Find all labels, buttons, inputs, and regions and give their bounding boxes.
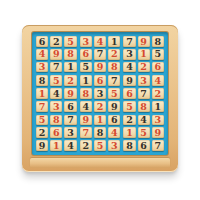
box-4: 167835429 [80,75,121,111]
box-8: 243159867 [123,115,164,151]
tile-r1c9[interactable]: 8 [152,36,164,47]
tile-r6c4[interactable]: 4 [80,101,92,112]
board-surface: 6254983713416725987983154268521497361678… [32,32,168,155]
tile-r1c8[interactable]: 9 [138,36,150,47]
tile-r1c3[interactable]: 5 [64,36,76,47]
tile-r7c5[interactable]: 1 [94,115,106,126]
tile-r8c9[interactable]: 9 [152,127,164,138]
tile-r5c2[interactable]: 4 [50,88,62,99]
tile-r5c3[interactable]: 9 [64,88,76,99]
box-7: 916784253 [80,115,121,151]
tile-r4c6[interactable]: 7 [108,75,120,86]
sudoku-board: 6254983713416725987983154268521497361678… [22,25,178,172]
tile-r7c3[interactable]: 7 [64,115,76,126]
box-0: 625498371 [36,36,77,72]
box-3: 852149736 [36,75,77,111]
tile-r6c8[interactable]: 8 [138,101,150,112]
box-6: 587263914 [36,115,77,151]
tile-r5c5[interactable]: 3 [94,88,106,99]
tile-r2c6[interactable]: 2 [108,49,120,60]
tile-r4c4[interactable]: 1 [80,75,92,86]
tile-r4c1[interactable]: 8 [36,75,48,86]
tile-r6c5[interactable]: 2 [94,101,106,112]
tile-r8c3[interactable]: 3 [64,127,76,138]
tile-r9c1[interactable]: 9 [36,140,48,151]
tile-r9c3[interactable]: 4 [64,140,76,151]
tile-r3c4[interactable]: 5 [80,62,92,73]
tile-r2c5[interactable]: 7 [94,49,106,60]
tile-r5c8[interactable]: 7 [138,88,150,99]
tile-r7c2[interactable]: 8 [50,115,62,126]
tile-r8c8[interactable]: 5 [138,127,150,138]
tile-r9c2[interactable]: 1 [50,140,62,151]
tile-r2c1[interactable]: 4 [36,49,48,60]
tile-r3c8[interactable]: 2 [138,62,150,73]
tile-r8c6[interactable]: 4 [108,127,120,138]
tile-r8c2[interactable]: 6 [50,127,62,138]
tile-r8c5[interactable]: 8 [94,127,106,138]
tile-r8c4[interactable]: 7 [80,127,92,138]
tile-r9c4[interactable]: 2 [80,140,92,151]
scene: 6254983713416725987983154268521497361678… [0,0,200,200]
tile-r5c9[interactable]: 2 [152,88,164,99]
tile-r7c8[interactable]: 4 [138,115,150,126]
tile-r2c9[interactable]: 5 [152,49,164,60]
tile-r9c8[interactable]: 6 [138,140,150,151]
tile-r2c2[interactable]: 9 [50,49,62,60]
tile-r1c2[interactable]: 2 [50,36,62,47]
tile-r9c9[interactable]: 7 [152,140,164,151]
tile-r6c1[interactable]: 7 [36,101,48,112]
tile-r4c2[interactable]: 5 [50,75,62,86]
tile-r4c7[interactable]: 9 [123,75,135,86]
tile-r7c9[interactable]: 3 [152,115,164,126]
tile-r6c7[interactable]: 5 [123,101,135,112]
tile-r5c4[interactable]: 8 [80,88,92,99]
tile-r5c1[interactable]: 1 [36,88,48,99]
tile-r5c6[interactable]: 5 [108,88,120,99]
tile-r5c7[interactable]: 6 [123,88,135,99]
tile-r6c6[interactable]: 9 [108,101,120,112]
tile-r8c7[interactable]: 1 [123,127,135,138]
box-1: 341672598 [80,36,121,72]
tile-r2c3[interactable]: 8 [64,49,76,60]
tile-r6c2[interactable]: 3 [50,101,62,112]
tile-r6c9[interactable]: 1 [152,101,164,112]
tile-r4c3[interactable]: 2 [64,75,76,86]
tile-r7c6[interactable]: 6 [108,115,120,126]
tile-r3c2[interactable]: 7 [50,62,62,73]
tile-r9c5[interactable]: 5 [94,140,106,151]
box-2: 798315426 [123,36,164,72]
tile-r3c5[interactable]: 9 [94,62,106,73]
tile-r3c3[interactable]: 1 [64,62,76,73]
tile-r1c1[interactable]: 6 [36,36,48,47]
tile-r7c1[interactable]: 5 [36,115,48,126]
tile-r1c5[interactable]: 4 [94,36,106,47]
tile-r7c7[interactable]: 2 [123,115,135,126]
tile-r6c3[interactable]: 6 [64,101,76,112]
tile-r3c1[interactable]: 3 [36,62,48,73]
tile-r3c7[interactable]: 4 [123,62,135,73]
tile-r1c6[interactable]: 1 [108,36,120,47]
box-5: 934672581 [123,75,164,111]
tile-r4c8[interactable]: 3 [138,75,150,86]
tile-r7c4[interactable]: 9 [80,115,92,126]
tile-r9c7[interactable]: 8 [123,140,135,151]
tile-r3c6[interactable]: 8 [108,62,120,73]
tile-r4c5[interactable]: 6 [94,75,106,86]
tile-r3c9[interactable]: 6 [152,62,164,73]
tile-r1c4[interactable]: 3 [80,36,92,47]
tile-r2c8[interactable]: 1 [138,49,150,60]
tile-r2c4[interactable]: 6 [80,49,92,60]
tile-r4c9[interactable]: 4 [152,75,164,86]
tile-r9c6[interactable]: 3 [108,140,120,151]
tile-r2c7[interactable]: 3 [123,49,135,60]
tile-r8c1[interactable]: 2 [36,127,48,138]
board-front-edge [30,158,170,168]
tile-r1c7[interactable]: 7 [123,36,135,47]
